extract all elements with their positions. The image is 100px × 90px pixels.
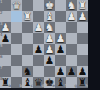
square-e6[interactable]: ♟ — [44, 55, 55, 66]
square-g7[interactable]: ♟ — [66, 66, 77, 77]
square-g3[interactable] — [66, 22, 77, 33]
square-f2[interactable] — [55, 11, 66, 22]
rank-label-5: 5 — [0, 44, 3, 48]
black-rook-h8[interactable]: ♜ — [78, 77, 87, 88]
square-b7[interactable] — [11, 66, 22, 77]
square-d8[interactable]: d♛ — [33, 77, 44, 88]
white-queen-b1[interactable]: ♛ — [12, 0, 21, 11]
rank-label-6: 6 — [0, 55, 3, 59]
white-pawn-d3[interactable]: ♟ — [34, 22, 43, 33]
black-bishop-c8[interactable]: ♝ — [23, 77, 32, 88]
square-h5[interactable] — [77, 44, 88, 55]
square-f5[interactable]: ♟ — [55, 44, 66, 55]
square-b3[interactable] — [11, 22, 22, 33]
square-b2[interactable] — [11, 11, 22, 22]
square-d5[interactable]: ♟ — [33, 44, 44, 55]
black-pawn-d5[interactable]: ♟ — [34, 44, 43, 55]
chess-board[interactable]: 1♛♚♞♜2♜♝♟♟3♟♟♞4♟♟♟5♟♟♟6♟7♞♟♟♟8a♜bc♝d♛e♚f… — [0, 0, 88, 88]
square-b8[interactable]: b — [11, 77, 22, 88]
square-c3[interactable] — [22, 22, 33, 33]
black-queen-d8[interactable]: ♛ — [34, 77, 43, 88]
square-g2[interactable]: ♟ — [66, 11, 77, 22]
square-e8[interactable]: e♚ — [44, 77, 55, 88]
black-pawn-e6[interactable]: ♟ — [45, 55, 54, 66]
white-pawn-h2[interactable]: ♟ — [78, 11, 87, 22]
black-pawn-a4[interactable]: ♟ — [1, 33, 10, 44]
square-c2[interactable]: ♜ — [22, 11, 33, 22]
window-background-right — [88, 0, 100, 90]
black-pawn-f5[interactable]: ♟ — [56, 44, 65, 55]
white-pawn-g2[interactable]: ♟ — [67, 11, 76, 22]
square-h4[interactable] — [77, 33, 88, 44]
rank-label-7: 7 — [0, 66, 3, 70]
square-g8[interactable]: g — [66, 77, 77, 88]
square-a5[interactable]: 5 — [0, 44, 11, 55]
square-f1[interactable] — [55, 0, 66, 11]
square-c5[interactable] — [22, 44, 33, 55]
rank-label-2: 2 — [0, 11, 3, 15]
square-d6[interactable] — [33, 55, 44, 66]
square-a4[interactable]: 4♟ — [0, 33, 11, 44]
square-d3[interactable]: ♟ — [33, 22, 44, 33]
square-b4[interactable] — [11, 33, 22, 44]
white-rook-c2[interactable]: ♜ — [23, 11, 32, 22]
chess-app-window: 1♛♚♞♜2♜♝♟♟3♟♟♞4♟♟♟5♟♟♟6♟7♞♟♟♟8a♜bc♝d♛e♚f… — [0, 0, 100, 90]
square-c4[interactable] — [22, 33, 33, 44]
black-bishop-f8[interactable]: ♝ — [56, 77, 65, 88]
square-h3[interactable] — [77, 22, 88, 33]
square-h8[interactable]: h♜ — [77, 77, 88, 88]
square-b5[interactable] — [11, 44, 22, 55]
square-b6[interactable] — [11, 55, 22, 66]
rank-label-1: 1 — [0, 0, 3, 4]
square-c8[interactable]: c♝ — [22, 77, 33, 88]
black-king-e8[interactable]: ♚ — [45, 77, 54, 88]
black-pawn-g7[interactable]: ♟ — [67, 66, 76, 77]
window-background-bottom — [0, 88, 88, 90]
square-a1[interactable]: 1 — [0, 0, 11, 11]
square-d1[interactable] — [33, 0, 44, 11]
square-f8[interactable]: f♝ — [55, 77, 66, 88]
square-a8[interactable]: 8a♜ — [0, 77, 11, 88]
square-h2[interactable]: ♟ — [77, 11, 88, 22]
black-rook-a8[interactable]: ♜ — [1, 77, 10, 88]
square-g4[interactable] — [66, 33, 77, 44]
square-a6[interactable]: 6 — [0, 55, 11, 66]
square-b1[interactable]: ♛ — [11, 0, 22, 11]
square-g5[interactable] — [66, 44, 77, 55]
